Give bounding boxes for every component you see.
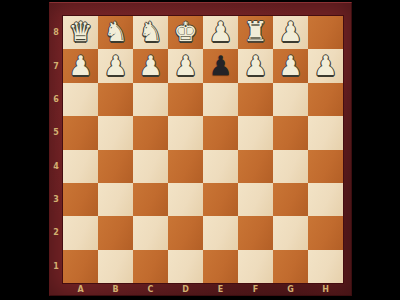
square-a8[interactable]: ♛ xyxy=(63,16,98,49)
rank-label-2: 2 xyxy=(49,228,63,237)
square-g5[interactable] xyxy=(273,116,308,149)
square-b4[interactable] xyxy=(98,150,133,183)
square-c1[interactable] xyxy=(133,250,168,283)
rank-labels: 87654321 xyxy=(49,16,63,283)
square-f6[interactable] xyxy=(238,83,273,116)
square-g8[interactable]: ♟ xyxy=(273,16,308,49)
rank-label-7: 7 xyxy=(49,62,63,71)
white-knight-c8[interactable]: ♞ xyxy=(138,18,162,45)
square-e3[interactable] xyxy=(203,183,238,216)
file-label-a: A xyxy=(63,285,98,294)
square-h4[interactable] xyxy=(308,150,343,183)
square-g4[interactable] xyxy=(273,150,308,183)
file-label-h: H xyxy=(308,285,343,294)
white-queen-a8[interactable]: ♛ xyxy=(68,18,92,45)
square-a1[interactable] xyxy=(63,250,98,283)
rank-label-4: 4 xyxy=(49,162,63,171)
white-pawn-g8[interactable]: ♟ xyxy=(278,18,302,45)
rank-label-5: 5 xyxy=(49,128,63,137)
square-g2[interactable] xyxy=(273,216,308,249)
square-f1[interactable] xyxy=(238,250,273,283)
chess-board: ♛♞♞♚♟♜♟♟♟♟♟♟♟♟♟ xyxy=(63,16,343,283)
square-b3[interactable] xyxy=(98,183,133,216)
square-h6[interactable] xyxy=(308,83,343,116)
square-d7[interactable]: ♟ xyxy=(168,49,203,82)
white-pawn-c7[interactable]: ♟ xyxy=(138,52,162,79)
square-e8[interactable]: ♟ xyxy=(203,16,238,49)
square-h8[interactable] xyxy=(308,16,343,49)
white-king-d8[interactable]: ♚ xyxy=(173,18,197,45)
file-label-d: D xyxy=(168,285,203,294)
square-g3[interactable] xyxy=(273,183,308,216)
rank-label-1: 1 xyxy=(49,262,63,271)
square-e6[interactable] xyxy=(203,83,238,116)
white-pawn-b7[interactable]: ♟ xyxy=(103,52,127,79)
file-label-c: C xyxy=(133,285,168,294)
square-a4[interactable] xyxy=(63,150,98,183)
white-pawn-f7[interactable]: ♟ xyxy=(243,52,267,79)
square-a6[interactable] xyxy=(63,83,98,116)
rank-label-8: 8 xyxy=(49,28,63,37)
square-h7[interactable]: ♟ xyxy=(308,49,343,82)
white-rook-f8[interactable]: ♜ xyxy=(243,18,267,45)
square-f3[interactable] xyxy=(238,183,273,216)
square-g6[interactable] xyxy=(273,83,308,116)
square-h2[interactable] xyxy=(308,216,343,249)
square-c3[interactable] xyxy=(133,183,168,216)
square-h5[interactable] xyxy=(308,116,343,149)
square-f2[interactable] xyxy=(238,216,273,249)
white-pawn-e8[interactable]: ♟ xyxy=(208,18,232,45)
square-a2[interactable] xyxy=(63,216,98,249)
square-b1[interactable] xyxy=(98,250,133,283)
square-b5[interactable] xyxy=(98,116,133,149)
square-h3[interactable] xyxy=(308,183,343,216)
square-d8[interactable]: ♚ xyxy=(168,16,203,49)
square-e5[interactable] xyxy=(203,116,238,149)
square-d4[interactable] xyxy=(168,150,203,183)
white-pawn-d7[interactable]: ♟ xyxy=(173,52,197,79)
square-b7[interactable]: ♟ xyxy=(98,49,133,82)
square-c2[interactable] xyxy=(133,216,168,249)
square-g7[interactable]: ♟ xyxy=(273,49,308,82)
file-label-e: E xyxy=(203,285,238,294)
square-b2[interactable] xyxy=(98,216,133,249)
black-pawn-e7[interactable]: ♟ xyxy=(208,52,232,79)
square-c6[interactable] xyxy=(133,83,168,116)
square-c5[interactable] xyxy=(133,116,168,149)
white-pawn-a7[interactable]: ♟ xyxy=(68,52,92,79)
square-e2[interactable] xyxy=(203,216,238,249)
square-e1[interactable] xyxy=(203,250,238,283)
square-f8[interactable]: ♜ xyxy=(238,16,273,49)
square-f4[interactable] xyxy=(238,150,273,183)
file-labels: ABCDEFGH xyxy=(63,283,343,296)
square-h1[interactable] xyxy=(308,250,343,283)
square-d1[interactable] xyxy=(168,250,203,283)
square-c4[interactable] xyxy=(133,150,168,183)
square-d6[interactable] xyxy=(168,83,203,116)
square-a7[interactable]: ♟ xyxy=(63,49,98,82)
square-a5[interactable] xyxy=(63,116,98,149)
square-e7[interactable]: ♟ xyxy=(203,49,238,82)
square-a3[interactable] xyxy=(63,183,98,216)
square-b8[interactable]: ♞ xyxy=(98,16,133,49)
white-knight-b8[interactable]: ♞ xyxy=(103,18,127,45)
video-frame: 87654321 ABCDEFGH ♛♞♞♚♟♜♟♟♟♟♟♟♟♟♟ xyxy=(0,0,400,300)
square-d5[interactable] xyxy=(168,116,203,149)
file-label-b: B xyxy=(98,285,133,294)
square-d3[interactable] xyxy=(168,183,203,216)
square-c7[interactable]: ♟ xyxy=(133,49,168,82)
square-c8[interactable]: ♞ xyxy=(133,16,168,49)
square-f5[interactable] xyxy=(238,116,273,149)
square-f7[interactable]: ♟ xyxy=(238,49,273,82)
square-b6[interactable] xyxy=(98,83,133,116)
square-g1[interactable] xyxy=(273,250,308,283)
white-pawn-g7[interactable]: ♟ xyxy=(278,52,302,79)
rank-label-3: 3 xyxy=(49,195,63,204)
square-e4[interactable] xyxy=(203,150,238,183)
square-d2[interactable] xyxy=(168,216,203,249)
file-label-f: F xyxy=(238,285,273,294)
white-pawn-h7[interactable]: ♟ xyxy=(313,52,337,79)
file-label-g: G xyxy=(273,285,308,294)
rank-label-6: 6 xyxy=(49,95,63,104)
